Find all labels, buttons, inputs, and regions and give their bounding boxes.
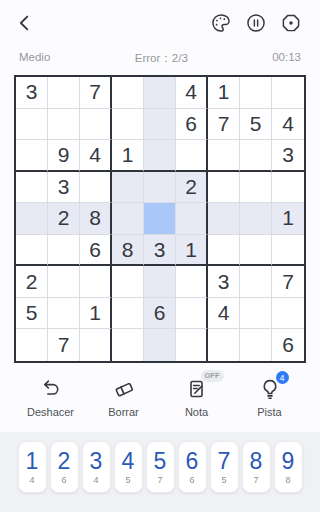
cell-r1c5[interactable]	[144, 77, 176, 109]
cell-r4c3[interactable]	[80, 172, 112, 204]
numpad-digit: 4	[122, 449, 135, 473]
cell-r3c2[interactable]: 9	[48, 140, 80, 172]
theme-button[interactable]	[208, 10, 234, 36]
hint-button[interactable]: 4 Pista	[239, 377, 301, 418]
numpad-digit: 7	[218, 449, 231, 473]
cell-r8c5[interactable]: 6	[144, 298, 176, 330]
record-button[interactable]	[278, 10, 304, 36]
numpad-remaining-count: 7	[157, 475, 162, 485]
cell-r7c9[interactable]: 7	[272, 266, 304, 298]
numpad-section: 142634455766758798	[0, 432, 320, 512]
cell-r5c6[interactable]	[176, 203, 208, 235]
undo-icon	[39, 377, 63, 401]
cell-r4c4[interactable]	[112, 172, 144, 204]
numpad-digit: 9	[282, 449, 295, 473]
cell-r4c5[interactable]	[144, 172, 176, 204]
cell-r1c6[interactable]: 4	[176, 77, 208, 109]
cell-r4c1[interactable]	[16, 172, 48, 204]
cell-r7c3[interactable]	[80, 266, 112, 298]
numpad-digit: 2	[58, 449, 71, 473]
note-off-badge: OFF	[201, 370, 224, 382]
numpad-key-2[interactable]: 26	[50, 441, 79, 493]
cell-r5c5[interactable]	[144, 203, 176, 235]
numpad-remaining-count: 7	[253, 475, 258, 485]
numpad-digit: 1	[26, 449, 39, 473]
numpad-remaining-count: 5	[125, 475, 130, 485]
pause-icon	[245, 12, 267, 34]
cell-r8c2[interactable]	[48, 298, 80, 330]
cell-r6c6[interactable]: 1	[176, 235, 208, 267]
cell-r7c7[interactable]: 3	[208, 266, 240, 298]
cell-r6c9[interactable]	[272, 235, 304, 267]
back-button[interactable]	[12, 10, 38, 36]
cell-r5c7[interactable]	[208, 203, 240, 235]
numpad-remaining-count: 5	[221, 475, 226, 485]
cell-r8c8[interactable]	[240, 298, 272, 330]
difficulty-label: Medio	[19, 51, 50, 66]
numpad-remaining-count: 4	[29, 475, 34, 485]
cell-r9c5[interactable]	[144, 329, 176, 361]
numpad-key-8[interactable]: 87	[242, 441, 271, 493]
cell-r4c2[interactable]: 3	[48, 172, 80, 204]
numpad-key-1[interactable]: 14	[18, 441, 47, 493]
chevron-left-icon	[14, 12, 36, 34]
cell-r6c2[interactable]	[48, 235, 80, 267]
eraser-icon	[112, 377, 136, 401]
undo-button[interactable]: Deshacer	[20, 377, 82, 418]
error-counter: Error：2/3	[135, 51, 188, 66]
note-label: Nota	[185, 406, 208, 418]
palette-icon	[210, 12, 232, 34]
cell-r9c7[interactable]	[208, 329, 240, 361]
cell-r7c1[interactable]: 2	[16, 266, 48, 298]
cell-r9c9[interactable]: 6	[272, 329, 304, 361]
erase-label: Borrar	[108, 406, 139, 418]
cell-r3c3[interactable]: 4	[80, 140, 112, 172]
cell-r3c6[interactable]	[176, 140, 208, 172]
cell-r9c2[interactable]: 7	[48, 329, 80, 361]
cell-r7c8[interactable]	[240, 266, 272, 298]
cell-r8c9[interactable]	[272, 298, 304, 330]
cell-r1c2[interactable]	[48, 77, 80, 109]
cell-r7c2[interactable]	[48, 266, 80, 298]
numpad-key-6[interactable]: 66	[178, 441, 207, 493]
numpad-key-3[interactable]: 34	[82, 441, 111, 493]
numpad-remaining-count: 6	[189, 475, 194, 485]
cell-r2c9[interactable]: 4	[272, 109, 304, 141]
numpad: 142634455766758798	[0, 441, 320, 493]
cell-r6c3[interactable]: 6	[80, 235, 112, 267]
timer: 00:13	[272, 51, 301, 66]
cell-r6c8[interactable]	[240, 235, 272, 267]
cell-r1c8[interactable]	[240, 77, 272, 109]
cell-r3c8[interactable]	[240, 140, 272, 172]
cell-r9c1[interactable]	[16, 329, 48, 361]
numpad-remaining-count: 4	[93, 475, 98, 485]
cell-r1c1[interactable]: 3	[16, 77, 48, 109]
cell-r2c5[interactable]	[144, 109, 176, 141]
action-toolbar: Deshacer Borrar OFF Nota	[0, 377, 320, 418]
cell-r4c6[interactable]: 2	[176, 172, 208, 204]
sudoku-board: 374167549413322816831237516476	[14, 75, 306, 363]
top-bar	[0, 0, 320, 46]
cell-r6c4[interactable]: 8	[112, 235, 144, 267]
cell-r9c4[interactable]	[112, 329, 144, 361]
cell-r2c6[interactable]: 6	[176, 109, 208, 141]
cell-r8c6[interactable]	[176, 298, 208, 330]
erase-button[interactable]: Borrar	[93, 377, 155, 418]
cell-r1c4[interactable]	[112, 77, 144, 109]
cell-r3c7[interactable]	[208, 140, 240, 172]
cell-r1c3[interactable]: 7	[80, 77, 112, 109]
cell-r8c1[interactable]: 5	[16, 298, 48, 330]
cell-r8c7[interactable]: 4	[208, 298, 240, 330]
cell-r2c8[interactable]: 5	[240, 109, 272, 141]
cell-r5c8[interactable]	[240, 203, 272, 235]
cell-r1c7[interactable]: 1	[208, 77, 240, 109]
status-bar: Medio Error：2/3 00:13	[0, 51, 320, 66]
cell-r7c4[interactable]	[112, 266, 144, 298]
numpad-digit: 8	[250, 449, 263, 473]
numpad-key-7[interactable]: 75	[210, 441, 239, 493]
note-button[interactable]: OFF Nota	[166, 377, 228, 418]
cell-r3c4[interactable]: 1	[112, 140, 144, 172]
cell-r5c4[interactable]	[112, 203, 144, 235]
cell-r6c5[interactable]: 3	[144, 235, 176, 267]
cell-r7c5[interactable]	[144, 266, 176, 298]
cell-r2c2[interactable]	[48, 109, 80, 141]
numpad-digit: 6	[186, 449, 199, 473]
cell-r2c7[interactable]: 7	[208, 109, 240, 141]
cell-r5c3[interactable]: 8	[80, 203, 112, 235]
numpad-digit: 3	[90, 449, 103, 473]
cell-r9c6[interactable]	[176, 329, 208, 361]
cell-r4c7[interactable]	[208, 172, 240, 204]
cell-r8c3[interactable]: 1	[80, 298, 112, 330]
numpad-remaining-count: 6	[61, 475, 66, 485]
hint-count-badge: 4	[276, 371, 289, 384]
cell-r6c7[interactable]	[208, 235, 240, 267]
pause-button[interactable]	[243, 10, 269, 36]
hint-label: Pista	[257, 406, 281, 418]
cell-r2c1[interactable]	[16, 109, 48, 141]
cell-r5c9[interactable]: 1	[272, 203, 304, 235]
cell-r6c1[interactable]	[16, 235, 48, 267]
numpad-key-9[interactable]: 98	[274, 441, 303, 493]
cell-r4c9[interactable]	[272, 172, 304, 204]
record-icon	[280, 12, 302, 34]
cell-r1c9[interactable]	[272, 77, 304, 109]
cell-r3c5[interactable]	[144, 140, 176, 172]
cell-r2c3[interactable]	[80, 109, 112, 141]
numpad-remaining-count: 8	[285, 475, 290, 485]
cell-r8c4[interactable]	[112, 298, 144, 330]
cell-r2c4[interactable]	[112, 109, 144, 141]
numpad-key-5[interactable]: 57	[146, 441, 175, 493]
cell-r4c8[interactable]	[240, 172, 272, 204]
undo-label: Deshacer	[27, 406, 74, 418]
cell-r5c2[interactable]: 2	[48, 203, 80, 235]
numpad-digit: 5	[154, 449, 167, 473]
cell-r9c8[interactable]	[240, 329, 272, 361]
cell-r7c6[interactable]	[176, 266, 208, 298]
cell-r3c9[interactable]: 3	[272, 140, 304, 172]
cell-r3c1[interactable]	[16, 140, 48, 172]
cell-r5c1[interactable]	[16, 203, 48, 235]
cell-r9c3[interactable]	[80, 329, 112, 361]
numpad-key-4[interactable]: 45	[114, 441, 143, 493]
